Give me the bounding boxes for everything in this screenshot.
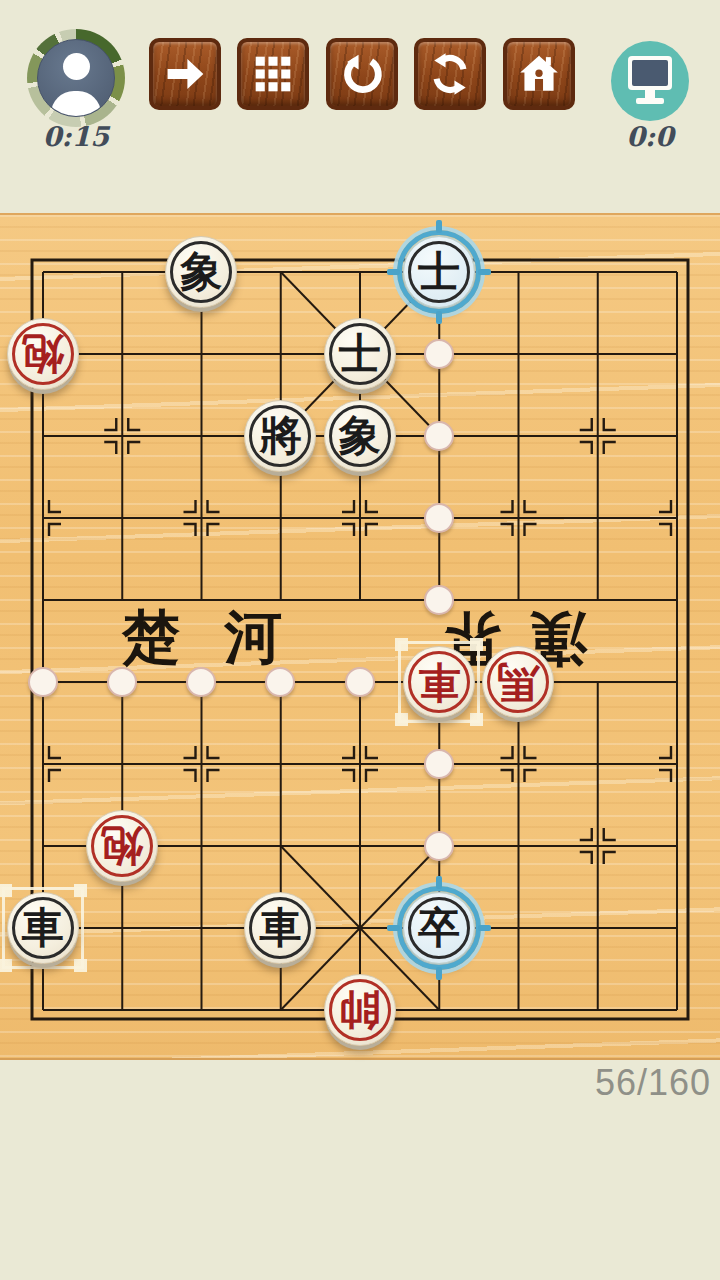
avatar-head bbox=[63, 53, 90, 80]
player-avatar-icon bbox=[37, 39, 115, 117]
board-intersections: 象士炮士將象車馬炮車車卒帥 bbox=[3, 231, 717, 1051]
xiangqi-game-screen: 0:15 bbox=[0, 0, 720, 1280]
move-counter: 56/160 bbox=[595, 1062, 711, 1104]
piece-black-elephant[interactable]: 象 bbox=[324, 400, 396, 472]
piece-red-horse[interactable]: 馬 bbox=[482, 646, 554, 718]
piece-black-chariot[interactable]: 車 bbox=[7, 892, 79, 964]
capture-target-ring bbox=[397, 230, 481, 314]
levels-button[interactable] bbox=[237, 38, 309, 110]
piece-black-advisor[interactable]: 士 bbox=[403, 236, 475, 308]
circular-arrow-icon bbox=[339, 51, 385, 97]
piece-black-chariot[interactable]: 車 bbox=[244, 892, 316, 964]
piece-disc: 象 bbox=[165, 236, 237, 308]
move-dot[interactable] bbox=[28, 667, 58, 697]
home-button[interactable] bbox=[503, 38, 575, 110]
move-dot[interactable] bbox=[424, 503, 454, 533]
player-timer: 0:15 bbox=[27, 121, 125, 152]
piece-disc: 將 bbox=[244, 400, 316, 472]
piece-disc: 馬 bbox=[482, 646, 554, 718]
computer-timer: 0:0 bbox=[601, 121, 699, 152]
piece-disc: 士 bbox=[324, 318, 396, 390]
piece-black-advisor[interactable]: 士 bbox=[324, 318, 396, 390]
capture-target-ring bbox=[397, 886, 481, 970]
move-dot[interactable] bbox=[424, 749, 454, 779]
piece-disc: 炮 bbox=[7, 318, 79, 390]
move-dot[interactable] bbox=[107, 667, 137, 697]
piece-red-cannon[interactable]: 炮 bbox=[7, 318, 79, 390]
arrow-right-icon bbox=[163, 52, 207, 96]
replay-button[interactable] bbox=[326, 38, 398, 110]
player-timer-ring bbox=[27, 29, 125, 127]
piece-disc: 車 bbox=[7, 892, 79, 964]
piece-red-general[interactable]: 帥 bbox=[324, 974, 396, 1046]
piece-black-general[interactable]: 將 bbox=[244, 400, 316, 472]
piece-disc: 象 bbox=[324, 400, 396, 472]
computer-player-badge bbox=[611, 41, 689, 121]
piece-black-soldier[interactable]: 卒 bbox=[403, 892, 475, 964]
piece-disc: 車 bbox=[244, 892, 316, 964]
piece-disc: 炮 bbox=[86, 810, 158, 882]
move-dot[interactable] bbox=[186, 667, 216, 697]
piece-disc: 帥 bbox=[324, 974, 396, 1046]
xiangqi-board: 楚 河 漢 界 象士炮士將象車馬炮車車卒帥 bbox=[0, 213, 720, 1060]
forward-button[interactable] bbox=[149, 38, 221, 110]
avatar-shoulders bbox=[51, 91, 101, 117]
double-arrow-cycle-icon bbox=[427, 51, 473, 97]
piece-disc: 車 bbox=[403, 646, 475, 718]
piece-black-elephant[interactable]: 象 bbox=[165, 236, 237, 308]
move-dot[interactable] bbox=[265, 667, 295, 697]
move-dot[interactable] bbox=[424, 585, 454, 615]
home-icon bbox=[516, 51, 562, 97]
piece-red-chariot[interactable]: 車 bbox=[403, 646, 475, 718]
grid-icon bbox=[252, 53, 294, 95]
move-dot[interactable] bbox=[345, 667, 375, 697]
piece-red-cannon[interactable]: 炮 bbox=[86, 810, 158, 882]
move-dot[interactable] bbox=[424, 421, 454, 451]
move-dot[interactable] bbox=[424, 339, 454, 369]
move-dot[interactable] bbox=[424, 831, 454, 861]
flip-button[interactable] bbox=[414, 38, 486, 110]
